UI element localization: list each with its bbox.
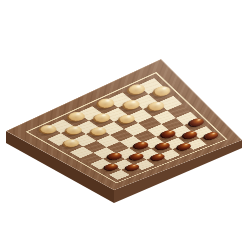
product-photo-checkers-set xyxy=(0,0,250,250)
